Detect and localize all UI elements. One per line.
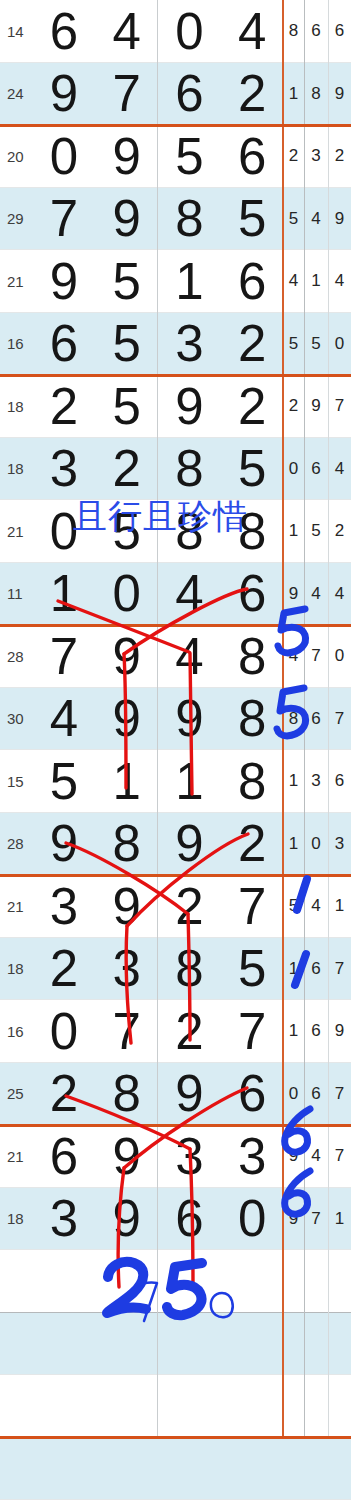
draw-digit: 9 xyxy=(158,381,221,432)
period-number: 21 xyxy=(0,1148,32,1165)
stat-digit: 1 xyxy=(283,771,304,791)
period-number: 18 xyxy=(0,460,32,477)
period-number: 21 xyxy=(0,898,32,915)
period-number: 16 xyxy=(0,335,32,352)
draw-digit: 9 xyxy=(95,881,158,932)
stat-digit: 3 xyxy=(328,834,351,854)
draw-digit: 1 xyxy=(32,568,95,619)
period-number: 14 xyxy=(0,23,32,40)
period-number: 18 xyxy=(0,960,32,977)
period-number: 29 xyxy=(0,210,32,227)
stat-digit: 5 xyxy=(304,521,328,541)
period-number: 28 xyxy=(0,835,32,852)
stat-digit: 1 xyxy=(304,271,328,291)
group-divider-6 xyxy=(0,1436,351,1439)
empty-row-24 xyxy=(0,1438,351,1500)
stat-digit: 3 xyxy=(304,771,328,791)
stat-digit: 8 xyxy=(283,709,304,729)
draw-digit: 2 xyxy=(32,943,95,994)
stat-digit: 7 xyxy=(328,1084,351,1104)
draw-digit: 4 xyxy=(158,568,221,619)
stat-digit: 1 xyxy=(283,521,304,541)
empty-row-23 xyxy=(0,1375,351,1438)
draw-digit: 7 xyxy=(220,1006,283,1057)
draw-digit: 0 xyxy=(32,131,95,182)
chart-row-11: 287948470 xyxy=(0,625,351,688)
stat-digit: 7 xyxy=(328,709,351,729)
draw-digit: 9 xyxy=(95,1193,158,1244)
draw-digit: 2 xyxy=(158,881,221,932)
draw-digit: 3 xyxy=(158,318,221,369)
stat-digit: 6 xyxy=(304,959,328,979)
stat-digit: 6 xyxy=(304,1021,328,1041)
draw-digit: 2 xyxy=(220,381,283,432)
draw-digit: 7 xyxy=(32,631,95,682)
draw-digit: 9 xyxy=(158,1068,221,1119)
stat-digit: 6 xyxy=(304,459,328,479)
draw-digit: 2 xyxy=(220,818,283,869)
stat-digit: 9 xyxy=(283,1209,304,1229)
draw-digit: 4 xyxy=(95,6,158,57)
draw-digit: 6 xyxy=(158,1193,221,1244)
stat-digit: 3 xyxy=(304,146,328,166)
draw-digit: 9 xyxy=(32,818,95,869)
draw-digit: 3 xyxy=(32,443,95,494)
draw-digit: 2 xyxy=(220,318,283,369)
chart-row-10: 111046944 xyxy=(0,563,351,626)
draw-digit: 9 xyxy=(158,693,221,744)
stat-digit: 1 xyxy=(283,834,304,854)
draw-digit: 8 xyxy=(158,943,221,994)
stat-digit: 4 xyxy=(283,271,304,291)
grid-vline-stat-1 xyxy=(304,0,305,1437)
draw-digit: 9 xyxy=(158,818,221,869)
stat-digit: 4 xyxy=(283,646,304,666)
chart-row-5: 219516414 xyxy=(0,250,351,313)
stat-digit: 1 xyxy=(283,84,304,104)
draw-digit: 1 xyxy=(95,756,158,807)
stat-digit: 4 xyxy=(304,1146,328,1166)
stat-digit: 4 xyxy=(328,271,351,291)
draw-rows-grid: 1464048662497621892009562322979855492195… xyxy=(0,0,351,1500)
chart-row-16: 182385167 xyxy=(0,938,351,1001)
draw-digit: 8 xyxy=(220,756,283,807)
chart-row-3: 200956232 xyxy=(0,125,351,188)
group-divider-1 xyxy=(0,124,351,127)
draw-digit: 2 xyxy=(95,443,158,494)
group-divider-3 xyxy=(0,624,351,627)
draw-digit: 3 xyxy=(158,1131,221,1182)
stat-digit: 5 xyxy=(283,209,304,229)
stat-digit: 7 xyxy=(328,396,351,416)
draw-digit: 2 xyxy=(32,381,95,432)
draw-digit: 2 xyxy=(220,68,283,119)
draw-digit: 5 xyxy=(95,256,158,307)
watermark-text: 且行且珍惜 xyxy=(73,494,248,540)
draw-digit: 0 xyxy=(95,568,158,619)
chart-row-2: 249762189 xyxy=(0,63,351,126)
group-divider-4 xyxy=(0,874,351,877)
draw-digit: 9 xyxy=(32,68,95,119)
draw-digit: 6 xyxy=(32,318,95,369)
draw-digit: 2 xyxy=(32,1068,95,1119)
stat-digit: 7 xyxy=(328,1146,351,1166)
group-divider-2 xyxy=(0,374,351,377)
draw-digit: 1 xyxy=(158,756,221,807)
draw-digit: 8 xyxy=(95,818,158,869)
stat-digit: 1 xyxy=(283,1021,304,1041)
stat-digit: 7 xyxy=(304,646,328,666)
period-number: 21 xyxy=(0,523,32,540)
chart-row-4: 297985549 xyxy=(0,188,351,251)
draw-digit: 5 xyxy=(220,193,283,244)
stat-digit: 4 xyxy=(304,584,328,604)
empty-row-21 xyxy=(0,1250,351,1313)
draw-digit: 9 xyxy=(95,131,158,182)
period-number: 28 xyxy=(0,648,32,665)
draw-digit: 6 xyxy=(158,68,221,119)
draw-digit: 5 xyxy=(220,943,283,994)
chart-row-13: 155118136 xyxy=(0,750,351,813)
stat-digit: 6 xyxy=(328,771,351,791)
draw-digit: 0 xyxy=(32,1006,95,1057)
stat-digit: 0 xyxy=(328,334,351,354)
draw-digit: 8 xyxy=(220,693,283,744)
draw-digit: 3 xyxy=(32,1193,95,1244)
empty-row-22 xyxy=(0,1313,351,1376)
draw-digit: 6 xyxy=(220,131,283,182)
draw-digit: 6 xyxy=(220,1068,283,1119)
draw-digit: 7 xyxy=(32,193,95,244)
stat-digit: 4 xyxy=(304,209,328,229)
grid-vline-stat-2 xyxy=(328,0,329,1437)
draw-digit: 9 xyxy=(95,193,158,244)
stat-digit: 8 xyxy=(304,84,328,104)
chart-row-18: 252896067 xyxy=(0,1063,351,1126)
stat-digit: 0 xyxy=(283,1084,304,1104)
period-number: 21 xyxy=(0,273,32,290)
draw-digit: 5 xyxy=(158,131,221,182)
stat-digit: 0 xyxy=(328,646,351,666)
draw-digit: 5 xyxy=(220,443,283,494)
chart-row-20: 183960971 xyxy=(0,1188,351,1251)
stat-digit: 9 xyxy=(328,209,351,229)
group-divider-5 xyxy=(0,1124,351,1127)
draw-digit: 8 xyxy=(95,1068,158,1119)
draw-digit: 8 xyxy=(158,443,221,494)
draw-digit: 9 xyxy=(95,693,158,744)
stat-digit: 4 xyxy=(304,896,328,916)
period-number: 11 xyxy=(0,585,32,602)
stat-digit: 2 xyxy=(328,146,351,166)
draw-digit: 8 xyxy=(158,193,221,244)
period-number: 16 xyxy=(0,1023,32,1040)
period-number: 20 xyxy=(0,148,32,165)
stat-digit: 9 xyxy=(328,1021,351,1041)
stat-digit: 7 xyxy=(304,1209,328,1229)
stat-digit: 7 xyxy=(328,959,351,979)
period-number: 30 xyxy=(0,710,32,727)
period-number: 24 xyxy=(0,85,32,102)
stat-digit: 1 xyxy=(328,1209,351,1229)
stat-digit: 2 xyxy=(328,521,351,541)
draw-digit: 8 xyxy=(220,631,283,682)
stat-digit: 1 xyxy=(328,896,351,916)
chart-row-14: 289892103 xyxy=(0,813,351,876)
chart-row-8: 183285064 xyxy=(0,438,351,501)
stat-digit: 1 xyxy=(283,959,304,979)
chart-row-1: 146404866 xyxy=(0,0,351,63)
draw-digit: 5 xyxy=(32,756,95,807)
stat-digit: 5 xyxy=(304,334,328,354)
period-number: 18 xyxy=(0,398,32,415)
draw-digit: 3 xyxy=(32,881,95,932)
stat-digit: 8 xyxy=(283,21,304,41)
chart-row-17: 160727169 xyxy=(0,1000,351,1063)
chart-row-12: 304998867 xyxy=(0,688,351,751)
stat-digit: 2 xyxy=(283,146,304,166)
draw-digit: 5 xyxy=(95,381,158,432)
draw-digit: 1 xyxy=(158,256,221,307)
draw-digit: 0 xyxy=(158,6,221,57)
draw-digit: 4 xyxy=(158,631,221,682)
stat-digit: 0 xyxy=(304,834,328,854)
period-number: 15 xyxy=(0,773,32,790)
draw-digit: 4 xyxy=(32,693,95,744)
stat-digit: 6 xyxy=(304,1084,328,1104)
stat-digit: 5 xyxy=(283,334,304,354)
stat-digit: 4 xyxy=(328,459,351,479)
stat-digit: 9 xyxy=(283,1146,304,1166)
stat-digit: 6 xyxy=(304,21,328,41)
draw-digit: 9 xyxy=(95,1131,158,1182)
period-number: 18 xyxy=(0,1210,32,1227)
draw-digit: 7 xyxy=(220,881,283,932)
draw-digit: 5 xyxy=(95,318,158,369)
stat-digit: 9 xyxy=(283,584,304,604)
stat-digit: 2 xyxy=(283,396,304,416)
stat-digit: 0 xyxy=(283,459,304,479)
draw-digit: 6 xyxy=(220,256,283,307)
stat-digit: 4 xyxy=(328,584,351,604)
draw-digit: 2 xyxy=(158,1006,221,1057)
draw-digit: 0 xyxy=(220,1193,283,1244)
draw-digit: 4 xyxy=(220,6,283,57)
draw-digit: 9 xyxy=(32,256,95,307)
draw-digit: 7 xyxy=(95,1006,158,1057)
stat-digit: 9 xyxy=(328,84,351,104)
chart-row-7: 182592297 xyxy=(0,375,351,438)
lottery-trend-chart: 1464048662497621892009562322979855492195… xyxy=(0,0,351,1500)
stat-digit: 6 xyxy=(328,21,351,41)
draw-digit: 6 xyxy=(220,568,283,619)
chart-row-15: 213927541 xyxy=(0,875,351,938)
grid-vline-orange xyxy=(282,0,284,1437)
stat-digit: 9 xyxy=(304,396,328,416)
stat-digit: 6 xyxy=(304,709,328,729)
chart-row-6: 166532550 xyxy=(0,313,351,376)
draw-digit: 6 xyxy=(32,6,95,57)
period-number: 25 xyxy=(0,1085,32,1102)
draw-digit: 3 xyxy=(220,1131,283,1182)
chart-row-19: 216933947 xyxy=(0,1125,351,1188)
draw-digit: 6 xyxy=(32,1131,95,1182)
grid-vline-middle xyxy=(157,0,158,1437)
draw-digit: 9 xyxy=(95,631,158,682)
draw-digit: 3 xyxy=(95,943,158,994)
stat-digit: 5 xyxy=(283,896,304,916)
draw-digit: 7 xyxy=(95,68,158,119)
